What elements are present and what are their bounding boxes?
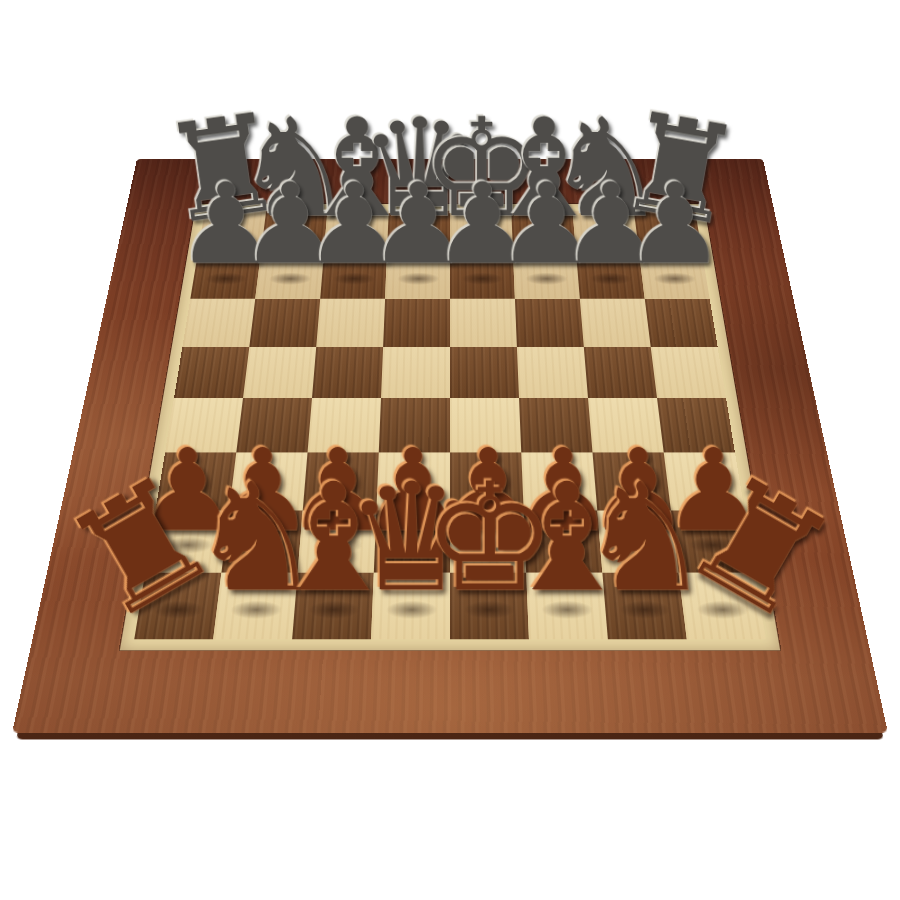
square-e5[interactable]	[450, 347, 519, 398]
square-c5[interactable]	[312, 347, 383, 398]
square-c6[interactable]	[316, 299, 385, 347]
board-scene: ♜♞♝♛♚♝♞♜♟♟♟♟♟♟♟♟♟♟♟♟♟♟♟♟♜♞♝♛♚♝♞♜	[0, 0, 900, 900]
square-d5[interactable]	[381, 347, 450, 398]
piece-black-pawn-h7[interactable]: ♟	[625, 169, 725, 281]
photo-stage: ♜♞♝♛♚♝♞♜♟♟♟♟♟♟♟♟♟♟♟♟♟♟♟♟♜♞♝♛♚♝♞♜	[0, 0, 900, 900]
square-g6[interactable]	[580, 299, 651, 347]
board-grid: ♜♞♝♛♚♝♞♜♟♟♟♟♟♟♟♟♟♟♟♟♟♟♟♟♜♞♝♛♚♝♞♜	[134, 211, 765, 640]
square-h7[interactable]: ♟	[639, 253, 710, 298]
square-g5[interactable]	[584, 347, 657, 398]
square-h5[interactable]	[651, 347, 726, 398]
square-d6[interactable]	[383, 299, 450, 347]
square-b5[interactable]	[243, 347, 316, 398]
square-f5[interactable]	[517, 347, 588, 398]
square-a5[interactable]	[174, 347, 249, 398]
chess-board: ♜♞♝♛♚♝♞♜♟♟♟♟♟♟♟♟♟♟♟♟♟♟♟♟♜♞♝♛♚♝♞♜	[12, 159, 888, 733]
square-a6[interactable]	[182, 299, 255, 347]
square-f6[interactable]	[515, 299, 584, 347]
square-b6[interactable]	[249, 299, 320, 347]
square-e6[interactable]	[450, 299, 517, 347]
playing-area: ♜♞♝♛♚♝♞♜♟♟♟♟♟♟♟♟♟♟♟♟♟♟♟♟♜♞♝♛♚♝♞♜	[120, 204, 780, 650]
square-h6[interactable]	[645, 299, 718, 347]
square-h1[interactable]: ♜	[679, 573, 766, 640]
